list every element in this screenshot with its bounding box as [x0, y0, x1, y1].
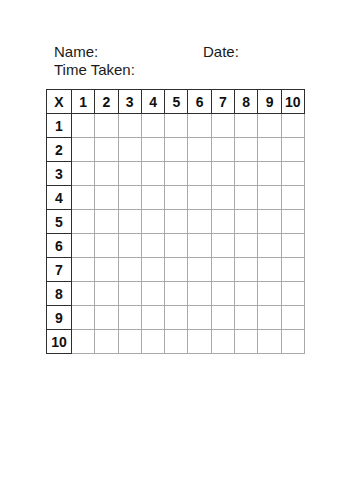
grid-answer-cell: [118, 234, 141, 258]
grid-answer-cell: [258, 186, 281, 210]
grid-answer-cell: [188, 114, 211, 138]
grid-answer-cell: [118, 162, 141, 186]
grid-answer-cell: [165, 330, 188, 354]
grid-answer-cell: [211, 306, 234, 330]
grid-row-header-cell: 4: [47, 186, 72, 210]
grid-column-header-cell: 4: [141, 90, 164, 114]
grid-answer-cell: [258, 282, 281, 306]
grid-row-header-cell: 7: [47, 258, 72, 282]
grid-answer-cell: [165, 258, 188, 282]
grid-answer-cell: [281, 234, 304, 258]
grid-answer-cell: [95, 330, 118, 354]
grid-answer-cell: [281, 114, 304, 138]
grid-answer-cell: [141, 234, 164, 258]
grid-answer-cell: [165, 138, 188, 162]
grid-answer-cell: [188, 234, 211, 258]
grid-answer-cell: [281, 210, 304, 234]
grid-answer-cell: [141, 210, 164, 234]
grid-answer-cell: [95, 186, 118, 210]
grid-answer-cell: [72, 162, 95, 186]
grid-answer-cell: [281, 330, 304, 354]
times-table-grid: X1234567891012345678910: [46, 89, 305, 354]
grid-answer-cell: [141, 138, 164, 162]
grid-row-header-cell: 6: [47, 234, 72, 258]
grid-answer-cell: [188, 162, 211, 186]
grid-column-header-cell: 8: [235, 90, 258, 114]
grid-answer-cell: [235, 114, 258, 138]
grid-answer-cell: [72, 210, 95, 234]
times-table-grid-body: X1234567891012345678910: [47, 90, 305, 354]
grid-answer-cell: [235, 258, 258, 282]
grid-answer-cell: [235, 306, 258, 330]
grid-answer-cell: [165, 306, 188, 330]
grid-answer-cell: [118, 186, 141, 210]
grid-answer-cell: [211, 330, 234, 354]
grid-answer-cell: [235, 210, 258, 234]
grid-answer-cell: [72, 114, 95, 138]
grid-answer-cell: [235, 330, 258, 354]
grid-answer-cell: [281, 162, 304, 186]
grid-row: 4: [47, 186, 305, 210]
grid-answer-cell: [165, 162, 188, 186]
grid-answer-cell: [118, 306, 141, 330]
grid-answer-cell: [72, 282, 95, 306]
grid-answer-cell: [235, 162, 258, 186]
grid-column-header-cell: 10: [281, 90, 304, 114]
grid-answer-cell: [141, 162, 164, 186]
grid-row-header-cell: 2: [47, 138, 72, 162]
grid-row-header-cell: 9: [47, 306, 72, 330]
name-label: Name:: [54, 43, 98, 61]
grid-answer-cell: [281, 306, 304, 330]
grid-row-header-cell: 8: [47, 282, 72, 306]
grid-answer-cell: [258, 114, 281, 138]
grid-answer-cell: [188, 306, 211, 330]
grid-row-header-cell: 10: [47, 330, 72, 354]
grid-answer-cell: [188, 186, 211, 210]
grid-answer-cell: [258, 306, 281, 330]
grid-answer-cell: [258, 138, 281, 162]
grid-corner-cell: X: [47, 90, 72, 114]
grid-answer-cell: [211, 114, 234, 138]
grid-answer-cell: [165, 234, 188, 258]
grid-answer-cell: [72, 138, 95, 162]
grid-answer-cell: [118, 258, 141, 282]
grid-row: 2: [47, 138, 305, 162]
grid-answer-cell: [165, 186, 188, 210]
grid-answer-cell: [118, 114, 141, 138]
grid-answer-cell: [165, 114, 188, 138]
grid-answer-cell: [118, 282, 141, 306]
grid-column-header-cell: 6: [188, 90, 211, 114]
grid-header-row: X12345678910: [47, 90, 305, 114]
grid-column-header-cell: 3: [118, 90, 141, 114]
grid-answer-cell: [141, 186, 164, 210]
grid-column-header-cell: 9: [258, 90, 281, 114]
grid-answer-cell: [211, 186, 234, 210]
grid-answer-cell: [235, 138, 258, 162]
time-taken-label: Time Taken:: [54, 61, 135, 79]
grid-column-header-cell: 2: [95, 90, 118, 114]
grid-answer-cell: [72, 258, 95, 282]
grid-answer-cell: [141, 282, 164, 306]
grid-answer-cell: [95, 306, 118, 330]
grid-answer-cell: [72, 186, 95, 210]
grid-answer-cell: [211, 210, 234, 234]
grid-row: 7: [47, 258, 305, 282]
grid-answer-cell: [235, 282, 258, 306]
worksheet-page: Name: Date: Time Taken: X123456789101234…: [0, 0, 354, 500]
grid-row: 1: [47, 114, 305, 138]
grid-answer-cell: [72, 330, 95, 354]
grid-answer-cell: [72, 234, 95, 258]
grid-row: 3: [47, 162, 305, 186]
grid-answer-cell: [95, 282, 118, 306]
grid-answer-cell: [281, 186, 304, 210]
grid-row: 6: [47, 234, 305, 258]
grid-answer-cell: [165, 210, 188, 234]
grid-answer-cell: [95, 258, 118, 282]
grid-answer-cell: [72, 306, 95, 330]
grid-answer-cell: [258, 234, 281, 258]
grid-answer-cell: [258, 258, 281, 282]
grid-answer-cell: [141, 306, 164, 330]
grid-answer-cell: [141, 114, 164, 138]
grid-answer-cell: [118, 138, 141, 162]
grid-answer-cell: [188, 282, 211, 306]
grid-row: 5: [47, 210, 305, 234]
grid-row: 10: [47, 330, 305, 354]
grid-answer-cell: [95, 138, 118, 162]
grid-row: 8: [47, 282, 305, 306]
date-label: Date:: [203, 43, 239, 61]
grid-answer-cell: [95, 234, 118, 258]
grid-answer-cell: [235, 234, 258, 258]
grid-answer-cell: [188, 210, 211, 234]
grid-answer-cell: [165, 282, 188, 306]
grid-answer-cell: [258, 330, 281, 354]
grid-answer-cell: [95, 162, 118, 186]
grid-answer-cell: [141, 330, 164, 354]
grid-answer-cell: [211, 258, 234, 282]
grid-answer-cell: [188, 138, 211, 162]
grid-answer-cell: [188, 330, 211, 354]
grid-row-header-cell: 1: [47, 114, 72, 138]
grid-column-header-cell: 1: [72, 90, 95, 114]
grid-answer-cell: [281, 138, 304, 162]
grid-row-header-cell: 3: [47, 162, 72, 186]
grid-answer-cell: [281, 258, 304, 282]
grid-answer-cell: [258, 210, 281, 234]
grid-answer-cell: [235, 186, 258, 210]
grid-answer-cell: [118, 210, 141, 234]
grid-answer-cell: [281, 282, 304, 306]
grid-answer-cell: [95, 210, 118, 234]
grid-row-header-cell: 5: [47, 210, 72, 234]
grid-column-header-cell: 5: [165, 90, 188, 114]
grid-answer-cell: [188, 258, 211, 282]
grid-answer-cell: [141, 258, 164, 282]
grid-column-header-cell: 7: [211, 90, 234, 114]
grid-answer-cell: [211, 282, 234, 306]
grid-answer-cell: [95, 114, 118, 138]
grid-row: 9: [47, 306, 305, 330]
grid-answer-cell: [258, 162, 281, 186]
grid-answer-cell: [211, 234, 234, 258]
grid-answer-cell: [211, 162, 234, 186]
grid-answer-cell: [118, 330, 141, 354]
grid-answer-cell: [211, 138, 234, 162]
